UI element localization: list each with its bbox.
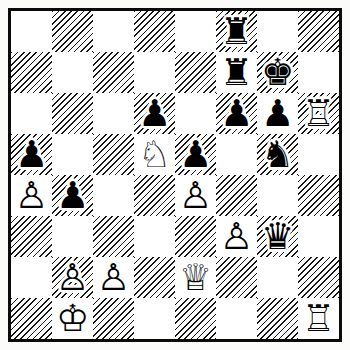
- square-b7[interactable]: [52, 52, 93, 93]
- chess-board: ♜♜♚♟♟♟♖♟♘♟♞♙♟♙♙♛♙♙♕♔♖: [8, 8, 342, 342]
- square-h4[interactable]: [298, 175, 339, 216]
- square-c6[interactable]: [93, 93, 134, 134]
- square-g2[interactable]: [257, 257, 298, 298]
- square-b5[interactable]: [52, 134, 93, 175]
- black-pawn-d6[interactable]: ♟: [138, 93, 171, 134]
- square-h3[interactable]: [298, 216, 339, 257]
- white-queen-e2[interactable]: ♕: [179, 257, 212, 298]
- square-f5[interactable]: [216, 134, 257, 175]
- square-d3[interactable]: [134, 216, 175, 257]
- square-c8[interactable]: [93, 11, 134, 52]
- square-g4[interactable]: [257, 175, 298, 216]
- square-d1[interactable]: [134, 298, 175, 339]
- square-c5[interactable]: [93, 134, 134, 175]
- square-b6[interactable]: [52, 93, 93, 134]
- black-queen-g3[interactable]: ♛: [261, 216, 294, 257]
- square-g7[interactable]: ♚: [257, 52, 298, 93]
- square-f6[interactable]: ♟: [216, 93, 257, 134]
- square-c1[interactable]: [93, 298, 134, 339]
- square-h7[interactable]: [298, 52, 339, 93]
- white-rook-h1[interactable]: ♖: [302, 298, 335, 339]
- square-g5[interactable]: ♞: [257, 134, 298, 175]
- black-knight-g5[interactable]: ♞: [261, 134, 294, 175]
- square-c2[interactable]: ♙: [93, 257, 134, 298]
- square-e7[interactable]: [175, 52, 216, 93]
- square-f3[interactable]: ♙: [216, 216, 257, 257]
- white-knight-d5[interactable]: ♘: [138, 134, 171, 175]
- square-f1[interactable]: [216, 298, 257, 339]
- square-h8[interactable]: [298, 11, 339, 52]
- square-c3[interactable]: [93, 216, 134, 257]
- square-e5[interactable]: ♟: [175, 134, 216, 175]
- black-pawn-e5[interactable]: ♟: [179, 134, 212, 175]
- square-g3[interactable]: ♛: [257, 216, 298, 257]
- square-g1[interactable]: [257, 298, 298, 339]
- square-d2[interactable]: [134, 257, 175, 298]
- square-a5[interactable]: ♟: [11, 134, 52, 175]
- square-e3[interactable]: [175, 216, 216, 257]
- square-c7[interactable]: [93, 52, 134, 93]
- square-d6[interactable]: ♟: [134, 93, 175, 134]
- black-pawn-g6[interactable]: ♟: [261, 93, 294, 134]
- square-a7[interactable]: [11, 52, 52, 93]
- square-b8[interactable]: [52, 11, 93, 52]
- black-rook-f7[interactable]: ♜: [220, 52, 253, 93]
- square-a3[interactable]: [11, 216, 52, 257]
- black-rook-f8[interactable]: ♜: [220, 11, 253, 52]
- square-c4[interactable]: [93, 175, 134, 216]
- square-b3[interactable]: [52, 216, 93, 257]
- black-pawn-b4[interactable]: ♟: [56, 175, 89, 216]
- square-f7[interactable]: ♜: [216, 52, 257, 93]
- white-pawn-a4[interactable]: ♙: [15, 175, 48, 216]
- square-d8[interactable]: [134, 11, 175, 52]
- square-e2[interactable]: ♕: [175, 257, 216, 298]
- square-d5[interactable]: ♘: [134, 134, 175, 175]
- white-pawn-b2[interactable]: ♙: [56, 257, 89, 298]
- white-pawn-f3[interactable]: ♙: [220, 216, 253, 257]
- square-f2[interactable]: [216, 257, 257, 298]
- square-f4[interactable]: [216, 175, 257, 216]
- white-rook-h6[interactable]: ♖: [302, 93, 335, 134]
- white-pawn-c2[interactable]: ♙: [97, 257, 130, 298]
- square-b1[interactable]: ♔: [52, 298, 93, 339]
- square-h2[interactable]: [298, 257, 339, 298]
- square-h1[interactable]: ♖: [298, 298, 339, 339]
- square-a4[interactable]: ♙: [11, 175, 52, 216]
- white-king-b1[interactable]: ♔: [56, 298, 89, 339]
- square-a2[interactable]: [11, 257, 52, 298]
- square-d4[interactable]: [134, 175, 175, 216]
- square-e4[interactable]: ♙: [175, 175, 216, 216]
- square-e8[interactable]: [175, 11, 216, 52]
- square-a6[interactable]: [11, 93, 52, 134]
- white-pawn-e4[interactable]: ♙: [179, 175, 212, 216]
- square-d7[interactable]: [134, 52, 175, 93]
- square-e1[interactable]: [175, 298, 216, 339]
- chess-board-grid: ♜♜♚♟♟♟♖♟♘♟♞♙♟♙♙♛♙♙♕♔♖: [11, 11, 339, 339]
- black-pawn-a5[interactable]: ♟: [15, 134, 48, 175]
- black-pawn-f6[interactable]: ♟: [220, 93, 253, 134]
- square-h5[interactable]: [298, 134, 339, 175]
- black-king-g7[interactable]: ♚: [261, 52, 294, 93]
- square-e6[interactable]: [175, 93, 216, 134]
- square-a8[interactable]: [11, 11, 52, 52]
- square-b2[interactable]: ♙: [52, 257, 93, 298]
- square-f8[interactable]: ♜: [216, 11, 257, 52]
- square-h6[interactable]: ♖: [298, 93, 339, 134]
- square-g6[interactable]: ♟: [257, 93, 298, 134]
- square-g8[interactable]: [257, 11, 298, 52]
- square-a1[interactable]: [11, 298, 52, 339]
- square-b4[interactable]: ♟: [52, 175, 93, 216]
